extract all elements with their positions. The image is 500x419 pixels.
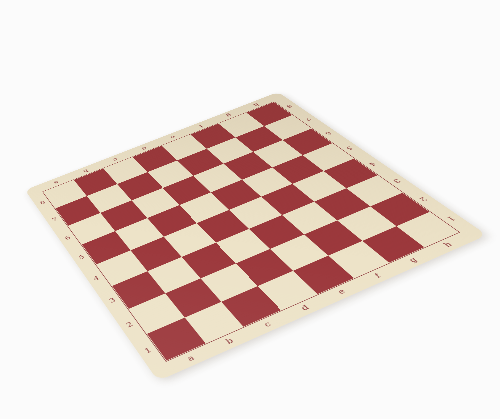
file-label-d-top: d <box>140 146 147 151</box>
rank-label-7-left: 7 <box>51 217 58 223</box>
rank-label-1-left: 1 <box>143 346 153 354</box>
rank-label-6-right: 6 <box>324 131 333 136</box>
file-label-c-top: c <box>112 157 119 162</box>
rank-label-3-left: 3 <box>108 297 117 304</box>
file-label-d-bottom: d <box>299 304 310 312</box>
file-label-g-bottom: g <box>407 256 418 263</box>
rank-label-1-right: 1 <box>445 215 456 222</box>
rank-label-4-left: 4 <box>92 275 100 282</box>
file-label-c-bottom: c <box>262 320 272 328</box>
file-label-a-bottom: a <box>186 354 196 363</box>
file-label-f-bottom: f <box>373 272 382 279</box>
photo-background: aa11bb22cc33dd44ee55ff66gg77hh88 <box>0 0 500 419</box>
file-label-g-top: g <box>225 113 233 117</box>
rank-label-4-right: 4 <box>367 161 377 166</box>
rank-label-6-left: 6 <box>64 235 72 241</box>
rank-label-2-right: 2 <box>417 196 428 202</box>
file-label-h-bottom: h <box>442 241 454 248</box>
file-label-h-top: h <box>252 103 260 107</box>
file-label-e-bottom: e <box>336 288 347 296</box>
rank-label-5-right: 5 <box>345 145 354 150</box>
rank-label-8-right: 8 <box>285 104 293 108</box>
rank-label-8-left: 8 <box>39 200 46 205</box>
rank-label-5-left: 5 <box>78 254 86 260</box>
coordinate-labels: aa11bb22cc33dd44ee55ff66gg77hh88 <box>25 92 487 381</box>
file-label-f-top: f <box>198 124 204 128</box>
rank-label-3-right: 3 <box>392 178 402 184</box>
chess-mat: aa11bb22cc33dd44ee55ff66gg77hh88 <box>25 92 487 381</box>
file-label-b-top: b <box>82 168 89 173</box>
file-label-e-top: e <box>169 135 176 140</box>
file-label-b-bottom: b <box>224 337 235 345</box>
rank-label-2-left: 2 <box>125 321 134 329</box>
rank-label-7-right: 7 <box>304 117 312 122</box>
file-label-a-top: a <box>53 180 60 185</box>
